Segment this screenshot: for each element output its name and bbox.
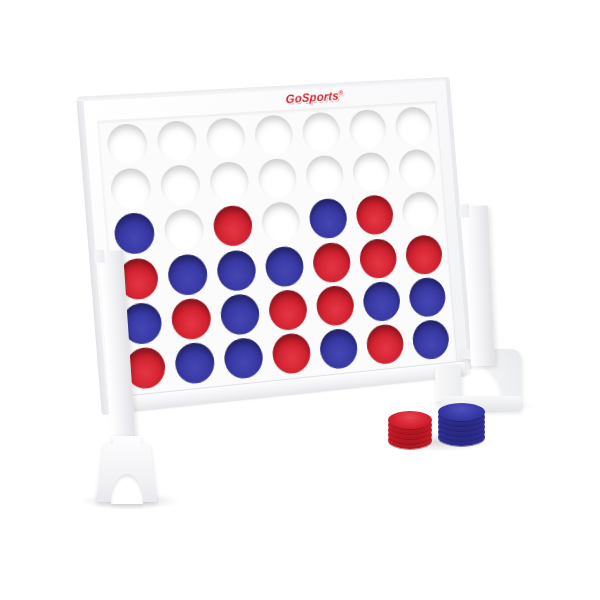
connect-four-board: GoSports® [82, 81, 470, 414]
cell-r2-c7-empty[interactable] [397, 149, 436, 190]
cell-r3-c4-empty[interactable] [260, 201, 301, 244]
cell-r4-c6-red[interactable] [358, 237, 398, 279]
red-disc-stack[interactable] [388, 411, 432, 451]
cell-r6-c4-red[interactable] [271, 332, 312, 375]
cell-r1-c5-empty[interactable] [301, 112, 341, 154]
cell-r4-c2-blue[interactable] [166, 253, 208, 297]
cell-r5-c7-blue[interactable] [407, 276, 446, 318]
cell-r5-c6-blue[interactable] [361, 280, 400, 322]
blue-disc-stack[interactable] [438, 403, 485, 448]
cell-r1-c3-empty[interactable] [205, 117, 246, 159]
cell-r4-c5-red[interactable] [311, 241, 351, 283]
cell-r1-c7-empty[interactable] [394, 106, 433, 147]
cell-r2-c1-empty[interactable] [109, 168, 152, 211]
cell-r6-c2-blue[interactable] [173, 341, 215, 385]
board-grid [100, 104, 455, 393]
cell-r6-c5-blue[interactable] [318, 327, 358, 370]
product-photo-scene: GoSports® [0, 0, 600, 600]
cell-r6-c3-blue[interactable] [222, 336, 263, 380]
cell-r3-c2-empty[interactable] [163, 208, 205, 251]
cell-r4-c7-red[interactable] [404, 234, 443, 276]
cell-r3-c3-red[interactable] [212, 205, 253, 248]
board-panel [98, 102, 457, 397]
cell-r3-c1-blue[interactable] [113, 212, 156, 256]
cell-r1-c4-empty[interactable] [253, 114, 294, 156]
brand-logo-text: GoSports [285, 89, 338, 106]
cell-r2-c2-empty[interactable] [159, 164, 201, 207]
left-stand-foot [97, 436, 157, 502]
cell-r2-c6-empty[interactable] [351, 152, 391, 194]
cell-r5-c4-red[interactable] [267, 288, 308, 331]
registered-mark: ® [338, 90, 342, 96]
cell-r1-c1-empty[interactable] [105, 123, 148, 166]
blue-loose-disc [438, 403, 485, 421]
red-loose-disc [388, 411, 432, 429]
cell-r5-c3-blue[interactable] [219, 293, 260, 336]
board-top-edge [77, 77, 449, 102]
cell-r3-c7-empty[interactable] [401, 191, 440, 232]
cell-r3-c6-red[interactable] [355, 194, 395, 236]
cell-r5-c5-red[interactable] [315, 284, 355, 327]
brand-logo: GoSports® [285, 89, 342, 106]
cell-r6-c6-red[interactable] [365, 323, 404, 366]
cell-r3-c5-blue[interactable] [308, 198, 348, 240]
cell-r1-c2-empty[interactable] [155, 120, 197, 163]
cell-r5-c2-red[interactable] [170, 297, 212, 341]
cell-r2-c3-empty[interactable] [208, 161, 249, 204]
cell-r4-c3-blue[interactable] [215, 249, 256, 292]
cell-r1-c6-empty[interactable] [348, 109, 388, 150]
cell-r2-c5-empty[interactable] [304, 155, 344, 197]
cell-r2-c4-empty[interactable] [257, 158, 298, 200]
cell-r4-c4-blue[interactable] [264, 245, 305, 288]
